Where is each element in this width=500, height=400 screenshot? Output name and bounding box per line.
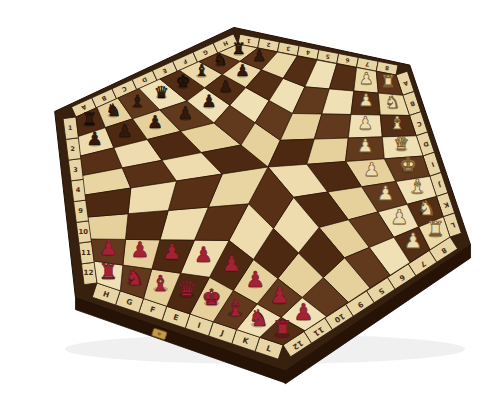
white-king[interactable]: ♚ [400, 154, 417, 175]
red-knight[interactable]: ♞ [125, 265, 145, 290]
coordinate-label: 3 [286, 46, 291, 52]
dark-pawn[interactable]: ♟ [117, 121, 133, 141]
dark-pawn[interactable]: ♟ [201, 91, 216, 111]
white-pawn[interactable]: ♟ [390, 205, 408, 229]
red-rook[interactable]: ♜ [272, 315, 293, 342]
red-pawn[interactable]: ♟ [131, 237, 150, 262]
coordinate-label: 5 [326, 53, 331, 59]
white-bishop[interactable]: ♝ [389, 113, 405, 133]
white-bishop[interactable]: ♝ [409, 175, 426, 198]
dark-rook[interactable]: ♜ [81, 109, 97, 129]
coordinate-label: 10 [79, 228, 89, 236]
dark-pawn[interactable]: ♟ [252, 47, 266, 65]
dark-rook[interactable]: ♜ [232, 40, 246, 58]
red-pawn[interactable]: ♟ [162, 239, 181, 264]
red-pawn[interactable]: ♟ [194, 242, 213, 267]
white-rook[interactable]: ♜ [381, 72, 396, 91]
dark-pawn[interactable]: ♟ [178, 103, 194, 123]
dark-pawn[interactable]: ♟ [235, 61, 249, 80]
white-pawn[interactable]: ♟ [363, 159, 380, 180]
white-pawn[interactable]: ♟ [358, 113, 374, 133]
dark-bishop[interactable]: ♝ [194, 61, 208, 80]
white-pawn[interactable]: ♟ [404, 229, 423, 253]
coordinate-label: 2 [266, 42, 271, 48]
coordinate-label: 7 [365, 61, 370, 67]
dark-pawn[interactable]: ♟ [147, 112, 163, 132]
coordinate-label: 4 [76, 186, 81, 194]
white-pawn[interactable]: ♟ [357, 135, 373, 156]
coordinate-label: 1 [68, 124, 72, 131]
three-player-chess-board[interactable]: ABCDEFGH12345678ABCDIJKL87659101112LKJIE… [0, 0, 500, 400]
red-pawn[interactable]: ♟ [246, 267, 266, 292]
dark-pawn[interactable]: ♟ [218, 77, 233, 96]
dark-queen[interactable]: ♛ [154, 83, 169, 102]
coordinate-label: 3 [73, 166, 78, 174]
coordinate-label: 9 [78, 207, 83, 215]
white-knight[interactable]: ♞ [385, 92, 400, 112]
dark-bishop[interactable]: ♝ [130, 91, 145, 111]
white-pawn[interactable]: ♟ [359, 69, 374, 88]
white-knight[interactable]: ♞ [417, 197, 435, 220]
white-queen[interactable]: ♛ [393, 133, 409, 154]
red-pawn[interactable]: ♟ [269, 282, 289, 308]
dark-pawn[interactable]: ♟ [86, 128, 102, 149]
white-pawn[interactable]: ♟ [377, 182, 394, 205]
dark-knight[interactable]: ♞ [213, 50, 227, 69]
red-knight[interactable]: ♞ [248, 305, 269, 331]
dark-knight[interactable]: ♞ [106, 100, 121, 120]
coordinate-label: 4 [306, 49, 311, 55]
red-pawn[interactable]: ♟ [293, 299, 313, 325]
white-pawn[interactable]: ♟ [358, 90, 373, 110]
red-bishop[interactable]: ♝ [225, 295, 245, 321]
red-rook[interactable]: ♜ [99, 259, 118, 284]
red-queen[interactable]: ♛ [177, 276, 197, 302]
red-pawn[interactable]: ♟ [222, 251, 241, 276]
white-rook[interactable]: ♜ [426, 217, 444, 241]
coordinate-label: 6 [345, 57, 350, 63]
red-king[interactable]: ♚ [201, 284, 221, 310]
coordinate-label: 2 [71, 145, 75, 153]
dark-king[interactable]: ♚ [175, 72, 190, 91]
red-pawn[interactable]: ♟ [99, 236, 118, 260]
coordinate-label: 1 [247, 38, 252, 44]
three-player-chess-scene: ABCDEFGH12345678ABCDIJKL87659101112LKJIE… [0, 0, 500, 400]
coordinate-label: 11 [81, 249, 91, 257]
red-bishop[interactable]: ♝ [151, 271, 171, 296]
coordinate-label: 8 [385, 65, 390, 71]
coordinate-label: 12 [84, 268, 94, 277]
